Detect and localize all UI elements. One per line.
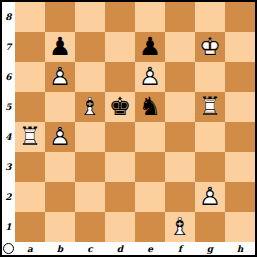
- square-e3[interactable]: [135, 152, 165, 182]
- chess-diagram: 87654321 ♟♟♚♔♟♙♟♙♝♗♚♞♜♖♜♖♟♙♟♙♝♗ abcdefgh: [0, 0, 257, 257]
- file-label-b: b: [45, 242, 75, 255]
- piece-white-pawn: ♟♙: [45, 62, 75, 92]
- rank-labels: 87654321: [2, 2, 15, 242]
- piece-white-pawn: ♟♙: [45, 122, 75, 152]
- file-label-e: e: [135, 242, 165, 255]
- rank-label-3: 3: [2, 152, 15, 182]
- piece-black-pawn: ♟: [45, 32, 75, 62]
- piece-outline: ♙: [135, 62, 165, 92]
- square-a8[interactable]: [15, 2, 45, 32]
- square-a4[interactable]: ♜♖: [15, 122, 45, 152]
- piece-outline: ♖: [195, 92, 225, 122]
- square-b2[interactable]: [45, 182, 75, 212]
- file-label-g: g: [195, 242, 225, 255]
- square-e4[interactable]: [135, 122, 165, 152]
- square-e1[interactable]: [135, 212, 165, 242]
- square-g6[interactable]: [195, 62, 225, 92]
- square-f5[interactable]: [165, 92, 195, 122]
- square-g4[interactable]: [195, 122, 225, 152]
- square-g3[interactable]: [195, 152, 225, 182]
- square-e6[interactable]: ♟♙: [135, 62, 165, 92]
- piece-white-rook: ♜♖: [195, 92, 225, 122]
- file-label-a: a: [15, 242, 45, 255]
- side-to-move-indicator: [3, 243, 14, 254]
- square-c2[interactable]: [75, 182, 105, 212]
- piece-white-pawn: ♟♙: [135, 62, 165, 92]
- piece-white-bishop: ♝♗: [165, 212, 195, 242]
- square-a6[interactable]: [15, 62, 45, 92]
- square-g7[interactable]: ♚♔: [195, 32, 225, 62]
- piece-white-rook: ♜♖: [15, 122, 45, 152]
- square-h2[interactable]: [225, 182, 255, 212]
- piece-black-king: ♚: [105, 92, 135, 122]
- square-h8[interactable]: [225, 2, 255, 32]
- square-f4[interactable]: [165, 122, 195, 152]
- piece-black-knight: ♞: [135, 92, 165, 122]
- piece-black-pawn: ♟: [135, 32, 165, 62]
- piece-white-king: ♚♔: [195, 32, 225, 62]
- square-d7[interactable]: [105, 32, 135, 62]
- piece-outline: ♗: [165, 212, 195, 242]
- rank-label-1: 1: [2, 212, 15, 242]
- square-d5[interactable]: ♚: [105, 92, 135, 122]
- rank-label-7: 7: [2, 32, 15, 62]
- square-b3[interactable]: [45, 152, 75, 182]
- rank-label-4: 4: [2, 122, 15, 152]
- square-g2[interactable]: ♟♙: [195, 182, 225, 212]
- square-d4[interactable]: [105, 122, 135, 152]
- square-a2[interactable]: [15, 182, 45, 212]
- square-d1[interactable]: [105, 212, 135, 242]
- file-label-h: h: [225, 242, 255, 255]
- square-c4[interactable]: [75, 122, 105, 152]
- square-d8[interactable]: [105, 2, 135, 32]
- file-label-f: f: [165, 242, 195, 255]
- square-c7[interactable]: [75, 32, 105, 62]
- square-d6[interactable]: [105, 62, 135, 92]
- square-a5[interactable]: [15, 92, 45, 122]
- square-c6[interactable]: [75, 62, 105, 92]
- square-f7[interactable]: [165, 32, 195, 62]
- square-f2[interactable]: [165, 182, 195, 212]
- board: ♟♟♚♔♟♙♟♙♝♗♚♞♜♖♜♖♟♙♟♙♝♗: [15, 2, 255, 242]
- rank-label-6: 6: [2, 62, 15, 92]
- rank-label-8: 8: [2, 2, 15, 32]
- square-a3[interactable]: [15, 152, 45, 182]
- square-g1[interactable]: [195, 212, 225, 242]
- square-e2[interactable]: [135, 182, 165, 212]
- square-h7[interactable]: [225, 32, 255, 62]
- square-c8[interactable]: [75, 2, 105, 32]
- rank-label-5: 5: [2, 92, 15, 122]
- square-c1[interactable]: [75, 212, 105, 242]
- square-f8[interactable]: [165, 2, 195, 32]
- piece-outline: ♔: [195, 32, 225, 62]
- piece-white-pawn: ♟♙: [195, 182, 225, 212]
- piece-outline: ♗: [75, 92, 105, 122]
- square-b7[interactable]: ♟: [45, 32, 75, 62]
- square-h3[interactable]: [225, 152, 255, 182]
- square-c5[interactable]: ♝♗: [75, 92, 105, 122]
- square-c3[interactable]: [75, 152, 105, 182]
- piece-white-bishop: ♝♗: [75, 92, 105, 122]
- piece-outline: ♙: [45, 122, 75, 152]
- file-labels: abcdefgh: [15, 242, 255, 255]
- square-b8[interactable]: [45, 2, 75, 32]
- square-b6[interactable]: ♟♙: [45, 62, 75, 92]
- square-f3[interactable]: [165, 152, 195, 182]
- square-d3[interactable]: [105, 152, 135, 182]
- square-g5[interactable]: ♜♖: [195, 92, 225, 122]
- square-h5[interactable]: [225, 92, 255, 122]
- square-a1[interactable]: [15, 212, 45, 242]
- square-h6[interactable]: [225, 62, 255, 92]
- square-b1[interactable]: [45, 212, 75, 242]
- square-b4[interactable]: ♟♙: [45, 122, 75, 152]
- piece-outline: ♙: [45, 62, 75, 92]
- square-e8[interactable]: [135, 2, 165, 32]
- square-h4[interactable]: [225, 122, 255, 152]
- square-a7[interactable]: [15, 32, 45, 62]
- square-g8[interactable]: [195, 2, 225, 32]
- piece-outline: ♖: [15, 122, 45, 152]
- square-h1[interactable]: [225, 212, 255, 242]
- square-e5[interactable]: ♞: [135, 92, 165, 122]
- file-label-c: c: [75, 242, 105, 255]
- rank-label-2: 2: [2, 182, 15, 212]
- piece-outline: ♙: [195, 182, 225, 212]
- file-label-d: d: [105, 242, 135, 255]
- square-e7[interactable]: ♟: [135, 32, 165, 62]
- square-d2[interactable]: [105, 182, 135, 212]
- square-f1[interactable]: ♝♗: [165, 212, 195, 242]
- square-b5[interactable]: [45, 92, 75, 122]
- square-f6[interactable]: [165, 62, 195, 92]
